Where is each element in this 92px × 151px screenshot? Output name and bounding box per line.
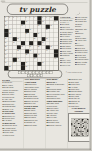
clue-number: 60 bbox=[75, 66, 77, 67]
cell-number: 31 bbox=[42, 41, 44, 43]
clue-number: 37 bbox=[60, 64, 62, 66]
answer-square[interactable] bbox=[46, 71, 49, 74]
cell-number: 18 bbox=[50, 25, 52, 27]
cell-number: 40 bbox=[46, 50, 48, 52]
cell-number: 38 bbox=[17, 50, 19, 52]
bonus-answer-box bbox=[8, 70, 62, 78]
clue-section: DOWN 1Van Dyke2Eve Arden3News desk4Carol… bbox=[2, 79, 90, 149]
cell-number: 12 bbox=[25, 21, 27, 23]
credit-line: © King Features Synd. bbox=[62, 71, 87, 73]
answer-square[interactable] bbox=[31, 75, 34, 78]
clue-number: 45 bbox=[75, 32, 77, 34]
page-edge-shadow-bottom bbox=[0, 148, 91, 151]
cell-number: 10 bbox=[50, 17, 52, 19]
clue-column-across: ACROSS 1Pictured star4"Hee —"8Talk host1… bbox=[60, 16, 74, 67]
cell-number: 20 bbox=[30, 29, 32, 31]
cell-number: 27 bbox=[34, 37, 36, 39]
cell-number: 13 bbox=[42, 21, 44, 23]
page-title: tv puzzle bbox=[19, 5, 56, 13]
clue-line: 44Rita of film bbox=[2, 134, 22, 136]
cell-number: 19 bbox=[9, 29, 11, 31]
cell-number: 43 bbox=[38, 54, 40, 56]
cell-number: 50 bbox=[25, 62, 27, 64]
cell-number: 8 bbox=[42, 17, 43, 19]
cell-number: 7 bbox=[34, 17, 35, 19]
clue-column-down-2: 46Ol' Blue Eyes47Skit show48News brief49… bbox=[23, 79, 45, 149]
cell-number: 26 bbox=[17, 37, 19, 39]
cell-number: 36 bbox=[50, 45, 52, 47]
cell-number: 48 bbox=[5, 62, 7, 64]
answer-square[interactable] bbox=[49, 71, 52, 74]
page-edge-shadow-right bbox=[89, 0, 92, 150]
cell-number: 30 bbox=[13, 41, 15, 43]
answer-square[interactable] bbox=[18, 71, 21, 74]
clue-number: 66 bbox=[46, 83, 48, 85]
cell-number: 53 bbox=[25, 66, 27, 68]
answer-square[interactable] bbox=[27, 75, 30, 78]
cell-number: 45 bbox=[17, 58, 19, 60]
clue-number: 32 bbox=[60, 54, 62, 56]
cell-number: 11 bbox=[5, 21, 6, 23]
cell-number: 34 bbox=[30, 45, 32, 47]
clue-line: 65Script page bbox=[24, 124, 44, 126]
cell-number: 1 bbox=[5, 17, 6, 19]
clue-column-down-3: THIS WEEKMovie on 466"Eight Is Enough" d… bbox=[45, 79, 67, 149]
clue-column-across-2: 38Mia Farrow39Lucy's pal40Knight title41… bbox=[75, 16, 89, 67]
cell-number: 3 bbox=[13, 17, 14, 19]
cell-number: 52 bbox=[9, 66, 11, 68]
crossword-grid: 1234567891011121314151617181920212223242… bbox=[4, 16, 59, 71]
cell-number: 23 bbox=[25, 33, 27, 35]
cell-number: 44 bbox=[5, 58, 7, 60]
clue-number: 50 bbox=[75, 42, 77, 44]
cell-number: 17 bbox=[38, 25, 40, 27]
cell-number: 33 bbox=[21, 45, 23, 47]
cell-number: 5 bbox=[25, 17, 26, 19]
cell-number: 47 bbox=[54, 58, 56, 60]
answer-squares-row-2 bbox=[27, 75, 43, 78]
answer-label-line-2: ANSWER bbox=[68, 110, 88, 112]
cell-number: 42 bbox=[25, 54, 27, 56]
cell-number: 28 bbox=[46, 37, 48, 39]
title-box: tv puzzle bbox=[7, 4, 68, 15]
cell-number: 6 bbox=[30, 17, 31, 19]
cell-number: 51 bbox=[42, 62, 44, 64]
clue-number: 44 bbox=[2, 134, 4, 136]
clue-number: 82 bbox=[46, 124, 48, 126]
answer-square[interactable] bbox=[21, 71, 24, 74]
cell-number: 46 bbox=[34, 58, 36, 60]
cell-number: 35 bbox=[38, 45, 40, 47]
cell-number: 32 bbox=[5, 45, 7, 47]
clue-column-down-1: DOWN 1Van Dyke2Eve Arden3News desk4Carol… bbox=[2, 79, 24, 149]
answer-square[interactable] bbox=[37, 75, 40, 78]
cell-number: 2 bbox=[9, 17, 10, 19]
cell-number: 15 bbox=[5, 25, 7, 27]
puzzle-page: tv puzzle 123456789101112131415161718192… bbox=[0, 0, 91, 150]
solution-mini-grid bbox=[71, 119, 89, 137]
last-week-solution-box bbox=[68, 113, 89, 142]
cell-number: 25 bbox=[5, 37, 7, 39]
clue-number: 94 bbox=[68, 105, 70, 107]
cell-number: 29 bbox=[5, 41, 7, 43]
answer-square[interactable] bbox=[34, 75, 37, 78]
clue-number: 41 bbox=[75, 23, 77, 25]
cell-number: 24 bbox=[38, 33, 40, 35]
cell-number: 37 bbox=[5, 50, 7, 52]
clue-column-down-4: 83Channel log84Dial light85Knob turn86Ai… bbox=[67, 79, 89, 149]
answer-square[interactable] bbox=[40, 75, 43, 78]
clue-line: 60Stage sign bbox=[75, 66, 89, 67]
cell-number: 9 bbox=[46, 17, 47, 19]
cell-number: 16 bbox=[21, 25, 23, 27]
cell-number: 21 bbox=[46, 29, 48, 31]
clue-number: 43 bbox=[75, 28, 77, 30]
cell-number: 22 bbox=[9, 33, 11, 35]
cell-number: 39 bbox=[30, 50, 32, 52]
clue-line: 82Snowy screen bbox=[46, 124, 66, 126]
cell-number: 41 bbox=[5, 54, 7, 56]
answer-square[interactable] bbox=[42, 71, 45, 74]
clue-line: 37Rev it up bbox=[60, 64, 74, 66]
clue-number: 65 bbox=[24, 124, 26, 126]
cell-number: 49 bbox=[13, 62, 15, 64]
cell-number: 4 bbox=[17, 17, 18, 19]
cell-number: 14 bbox=[54, 21, 56, 23]
